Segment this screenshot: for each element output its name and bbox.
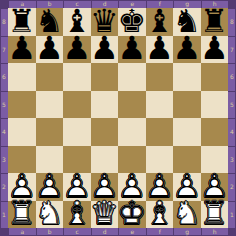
square-e4[interactable]	[118, 118, 146, 146]
piece-white-pawn[interactable]: ♟♙	[146, 173, 174, 201]
square-e8[interactable]: ♚	[118, 8, 146, 36]
square-h6[interactable]	[201, 63, 229, 91]
rank-label-right-4: 4	[228, 118, 236, 146]
square-c3[interactable]	[63, 146, 91, 174]
rank-label-right-7: 7	[228, 36, 236, 64]
piece-black-pawn[interactable]: ♟	[36, 36, 64, 64]
file-label-bottom-b: b	[36, 228, 64, 236]
square-g6[interactable]	[173, 63, 201, 91]
square-g1[interactable]: ♞♘	[173, 201, 201, 229]
square-c1[interactable]: ♝♗	[63, 201, 91, 229]
square-d3[interactable]	[91, 146, 119, 174]
piece-black-pawn[interactable]: ♟	[201, 36, 229, 64]
square-d8[interactable]: ♛	[91, 8, 119, 36]
rank-label-left-1: 1	[0, 201, 8, 229]
rank-labels-right: 87654321	[228, 8, 236, 228]
square-h5[interactable]	[201, 91, 229, 119]
square-b3[interactable]	[36, 146, 64, 174]
piece-white-queen[interactable]: ♛♕	[91, 201, 119, 229]
square-f3[interactable]	[146, 146, 174, 174]
square-h3[interactable]	[201, 146, 229, 174]
square-b7[interactable]: ♟	[36, 36, 64, 64]
square-h8[interactable]: ♜	[201, 8, 229, 36]
square-e5[interactable]	[118, 91, 146, 119]
piece-black-rook[interactable]: ♜	[8, 8, 36, 36]
piece-black-pawn[interactable]: ♟	[8, 36, 36, 64]
chess-board-frame: abcdefgh abcdefgh 87654321 87654321 ♜♞♝♛…	[0, 0, 236, 236]
rank-labels-left: 87654321	[0, 8, 8, 228]
square-b6[interactable]	[36, 63, 64, 91]
file-label-top-c: c	[63, 0, 91, 8]
frame-corner-bottom-right	[228, 228, 236, 236]
square-b8[interactable]: ♞	[36, 8, 64, 36]
square-a7[interactable]: ♟	[8, 36, 36, 64]
square-g7[interactable]: ♟	[173, 36, 201, 64]
rank-label-right-1: 1	[228, 201, 236, 229]
square-c2[interactable]: ♟♙	[63, 173, 91, 201]
piece-white-knight[interactable]: ♞♘	[36, 201, 64, 229]
square-e6[interactable]	[118, 63, 146, 91]
square-d1[interactable]: ♛♕	[91, 201, 119, 229]
piece-white-pawn[interactable]: ♟♙	[201, 173, 229, 201]
square-a8[interactable]: ♜	[8, 8, 36, 36]
piece-white-knight[interactable]: ♞♘	[173, 201, 201, 229]
square-g5[interactable]	[173, 91, 201, 119]
square-a6[interactable]	[8, 63, 36, 91]
square-a2[interactable]: ♟♙	[8, 173, 36, 201]
file-label-bottom-g: g	[173, 228, 201, 236]
square-a4[interactable]	[8, 118, 36, 146]
piece-white-bishop[interactable]: ♝♗	[146, 201, 174, 229]
piece-white-pawn[interactable]: ♟♙	[173, 173, 201, 201]
rank-label-left-5: 5	[0, 91, 8, 119]
rank-label-right-3: 3	[228, 146, 236, 174]
square-f8[interactable]: ♝	[146, 8, 174, 36]
frame-corner-bottom-left	[0, 228, 8, 236]
square-d4[interactable]	[91, 118, 119, 146]
piece-black-pawn[interactable]: ♟	[173, 36, 201, 64]
square-c7[interactable]: ♟	[63, 36, 91, 64]
square-a1[interactable]: ♜♖	[8, 201, 36, 229]
square-b4[interactable]	[36, 118, 64, 146]
rank-label-left-4: 4	[0, 118, 8, 146]
square-g8[interactable]: ♞	[173, 8, 201, 36]
piece-black-king[interactable]: ♚	[118, 8, 146, 36]
piece-white-pawn[interactable]: ♟♙	[91, 173, 119, 201]
piece-black-pawn[interactable]: ♟	[118, 36, 146, 64]
piece-white-pawn[interactable]: ♟♙	[36, 173, 64, 201]
file-labels-bottom: abcdefgh	[8, 228, 228, 236]
square-g2[interactable]: ♟♙	[173, 173, 201, 201]
square-g4[interactable]	[173, 118, 201, 146]
piece-white-pawn[interactable]: ♟♙	[63, 173, 91, 201]
piece-white-bishop[interactable]: ♝♗	[63, 201, 91, 229]
file-label-top-h: h	[201, 0, 229, 8]
square-h7[interactable]: ♟	[201, 36, 229, 64]
square-c4[interactable]	[63, 118, 91, 146]
square-f1[interactable]: ♝♗	[146, 201, 174, 229]
piece-white-pawn[interactable]: ♟♙	[8, 173, 36, 201]
square-e7[interactable]: ♟	[118, 36, 146, 64]
file-label-top-b: b	[36, 0, 64, 8]
square-h1[interactable]: ♜♖	[201, 201, 229, 229]
square-c5[interactable]	[63, 91, 91, 119]
frame-corner-top-right	[228, 0, 236, 8]
piece-white-king[interactable]: ♚♔	[118, 201, 146, 229]
square-d5[interactable]	[91, 91, 119, 119]
piece-black-queen[interactable]: ♛	[91, 8, 119, 36]
square-b1[interactable]: ♞♘	[36, 201, 64, 229]
square-f2[interactable]: ♟♙	[146, 173, 174, 201]
rank-label-right-6: 6	[228, 63, 236, 91]
rank-label-right-2: 2	[228, 173, 236, 201]
frame-corner-top-left	[0, 0, 8, 8]
file-label-bottom-e: e	[118, 228, 146, 236]
square-h4[interactable]	[201, 118, 229, 146]
square-c8[interactable]: ♝	[63, 8, 91, 36]
square-d7[interactable]: ♟	[91, 36, 119, 64]
rank-label-left-3: 3	[0, 146, 8, 174]
file-label-top-d: d	[91, 0, 119, 8]
rank-label-right-8: 8	[228, 8, 236, 36]
chess-board: ♜♞♝♛♚♝♞♜♟♟♟♟♟♟♟♟♟♙♟♙♟♙♟♙♟♙♟♙♟♙♟♙♜♖♞♘♝♗♛♕…	[8, 8, 228, 228]
file-label-top-f: f	[146, 0, 174, 8]
piece-black-bishop[interactable]: ♝	[63, 8, 91, 36]
square-b5[interactable]	[36, 91, 64, 119]
rank-label-left-8: 8	[0, 8, 8, 36]
rank-label-left-7: 7	[0, 36, 8, 64]
square-h2[interactable]: ♟♙	[201, 173, 229, 201]
square-e1[interactable]: ♚♔	[118, 201, 146, 229]
rank-label-left-6: 6	[0, 63, 8, 91]
rank-label-left-2: 2	[0, 173, 8, 201]
piece-black-rook[interactable]: ♜	[201, 8, 229, 36]
square-g3[interactable]	[173, 146, 201, 174]
piece-white-pawn[interactable]: ♟♙	[118, 173, 146, 201]
piece-black-pawn[interactable]: ♟	[91, 36, 119, 64]
file-label-bottom-c: c	[63, 228, 91, 236]
piece-white-rook[interactable]: ♜♖	[8, 201, 36, 229]
square-f7[interactable]: ♟	[146, 36, 174, 64]
square-d2[interactable]: ♟♙	[91, 173, 119, 201]
square-e2[interactable]: ♟♙	[118, 173, 146, 201]
square-f6[interactable]	[146, 63, 174, 91]
piece-black-knight[interactable]: ♞	[173, 8, 201, 36]
file-labels-top: abcdefgh	[8, 0, 228, 8]
file-label-top-e: e	[118, 0, 146, 8]
square-f5[interactable]	[146, 91, 174, 119]
file-label-bottom-h: h	[201, 228, 229, 236]
square-f4[interactable]	[146, 118, 174, 146]
square-e3[interactable]	[118, 146, 146, 174]
square-d6[interactable]	[91, 63, 119, 91]
piece-white-rook[interactable]: ♜♖	[201, 201, 229, 229]
file-label-bottom-d: d	[91, 228, 119, 236]
file-label-top-g: g	[173, 0, 201, 8]
rank-label-right-5: 5	[228, 91, 236, 119]
piece-black-knight[interactable]: ♞	[36, 8, 64, 36]
square-a3[interactable]	[8, 146, 36, 174]
square-c6[interactable]	[63, 63, 91, 91]
file-label-bottom-f: f	[146, 228, 174, 236]
square-b2[interactable]: ♟♙	[36, 173, 64, 201]
piece-black-bishop[interactable]: ♝	[146, 8, 174, 36]
file-label-top-a: a	[8, 0, 36, 8]
piece-black-pawn[interactable]: ♟	[63, 36, 91, 64]
file-label-bottom-a: a	[8, 228, 36, 236]
piece-black-pawn[interactable]: ♟	[146, 36, 174, 64]
square-a5[interactable]	[8, 91, 36, 119]
